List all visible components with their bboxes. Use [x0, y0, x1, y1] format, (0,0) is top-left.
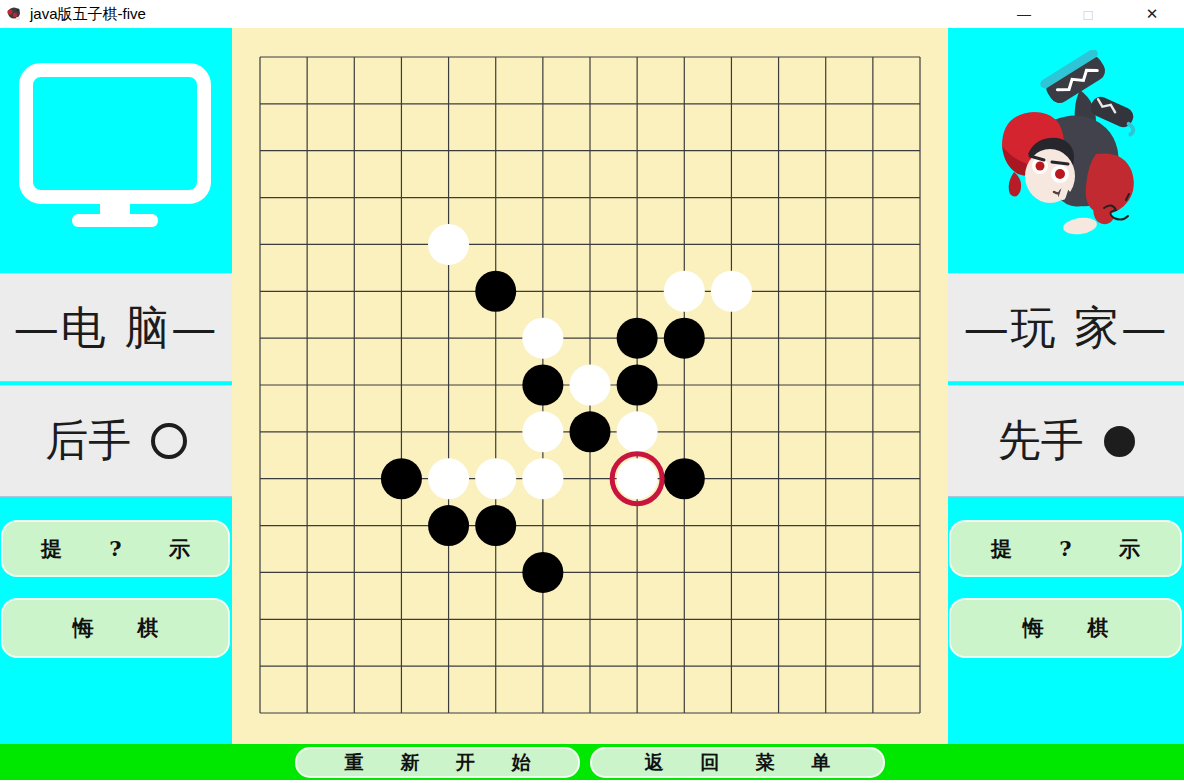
minimize-button[interactable]: — [992, 0, 1056, 28]
white-stone [522, 411, 563, 452]
white-stone [428, 224, 469, 265]
restart-button[interactable]: 重 新 开 始 [295, 747, 580, 778]
black-stone-symbol [1104, 426, 1135, 457]
white-stone [428, 458, 469, 499]
player-hint-button[interactable]: 提 ? 示 [949, 520, 1182, 577]
white-stone [570, 365, 611, 406]
computer-label: —电 脑— [14, 298, 218, 358]
computer-undo-button[interactable]: 悔 棋 [1, 598, 230, 658]
computer-side-panel: 后手 [0, 385, 232, 497]
white-stone [617, 458, 658, 499]
back-to-menu-button[interactable]: 返 回 菜 单 [590, 747, 885, 778]
player-undo-button[interactable]: 悔 棋 [949, 598, 1182, 658]
black-stone [664, 318, 705, 359]
white-stone [475, 458, 516, 499]
player-hand-label: 先手 [998, 412, 1084, 470]
white-stone [664, 271, 705, 312]
black-stone [664, 458, 705, 499]
maximize-button[interactable]: □ [1056, 0, 1120, 28]
computer-monitor-icon [18, 62, 212, 234]
black-stone [617, 365, 658, 406]
black-stone [428, 505, 469, 546]
gomoku-board[interactable] [232, 28, 948, 744]
white-stone [522, 458, 563, 499]
game-window: java版五子棋-five — □ ✕ —电 脑— 后手 提 ? 示 悔 棋 [0, 0, 1184, 783]
black-stone [522, 552, 563, 593]
player-avatar [984, 50, 1146, 238]
player-sidebar: —玩 家— 先手 提 ? 示 悔 棋 [948, 28, 1184, 744]
black-stone [522, 365, 563, 406]
computer-hint-button[interactable]: 提 ? 示 [1, 520, 230, 577]
title-bar: java版五子棋-five — □ ✕ [0, 0, 1184, 28]
bottom-bar: 重 新 开 始 返 回 菜 单 [0, 744, 1184, 780]
computer-hand-label: 后手 [45, 412, 131, 470]
window-title: java版五子棋-five [30, 5, 146, 24]
board-grid [232, 28, 948, 744]
close-button[interactable]: ✕ [1120, 0, 1184, 28]
black-stone [475, 505, 516, 546]
black-stone [570, 411, 611, 452]
black-stone [381, 458, 422, 499]
player-label-panel: —玩 家— [948, 273, 1184, 382]
computer-sidebar: —电 脑— 后手 提 ? 示 悔 棋 [0, 28, 232, 744]
player-label: —玩 家— [964, 298, 1168, 358]
white-stone [522, 318, 563, 359]
app-icon [6, 6, 23, 23]
white-stone [617, 411, 658, 452]
black-stone [617, 318, 658, 359]
white-stone-symbol [151, 423, 187, 459]
black-stone [475, 271, 516, 312]
computer-label-panel: —电 脑— [0, 273, 232, 382]
window-controls: — □ ✕ [992, 0, 1184, 28]
white-stone [711, 271, 752, 312]
player-side-panel: 先手 [948, 385, 1184, 497]
